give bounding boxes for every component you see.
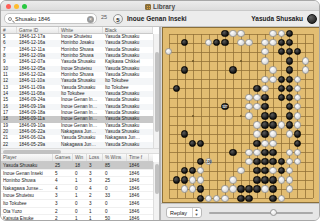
games-table: 51846-12-17aInoue ShutetsuYasuda Shusaku… <box>1 34 153 148</box>
games-column-header[interactable]: White <box>59 27 103 33</box>
black-stone <box>197 158 204 165</box>
white-stone-badge: 5 <box>113 14 123 24</box>
white-stone <box>205 195 212 202</box>
stats-cell: Yasuda Shusaku <box>1 162 53 169</box>
white-stone <box>245 158 252 165</box>
white-stone <box>253 149 260 156</box>
white-stone <box>294 158 301 165</box>
white-stone <box>245 103 252 110</box>
stats-cell: 2 <box>87 192 103 199</box>
black-stone <box>229 66 236 73</box>
black-stone <box>189 167 196 174</box>
white-stone <box>253 103 260 110</box>
black-stone <box>286 103 293 110</box>
black-stone <box>181 66 188 73</box>
stats-cell: 0 <box>73 170 87 177</box>
stats-cell: 0 <box>73 185 87 192</box>
white-stone <box>278 176 285 183</box>
stepper-arrows-icon[interactable]: ▲▼ <box>192 208 200 217</box>
black-stone <box>278 48 285 55</box>
white-stone <box>197 176 204 183</box>
white-stone <box>237 30 244 37</box>
white-stone <box>229 30 236 37</box>
white-stone <box>269 39 276 46</box>
stats-cell: 3 <box>53 200 73 207</box>
black-stone <box>261 121 268 128</box>
stats-cell: 5 <box>53 170 73 177</box>
black-stone <box>253 176 260 183</box>
black-stone <box>221 30 228 37</box>
white-stone <box>205 39 212 46</box>
stats-cell: 1846 <box>127 177 149 184</box>
white-stone <box>286 185 293 192</box>
stats-cell: Honinbo Shuwa <box>1 177 53 184</box>
stats-cell: Nakagawa Junse… <box>1 185 53 192</box>
white-stone <box>261 57 268 64</box>
stats-cell: 3 <box>87 200 103 207</box>
black-stone <box>278 39 285 46</box>
black-stone <box>237 195 244 202</box>
stats-row[interactable]: Katsuta Eisuke211501846 <box>1 215 153 220</box>
stats-row[interactable]: Ito Tokubee30301846 <box>1 200 153 208</box>
stats-cell: 18 <box>73 162 87 169</box>
stats-row[interactable]: Inoue Genan Inseki50301846 <box>1 170 153 178</box>
go-board-icon <box>145 4 151 10</box>
white-stone <box>229 176 236 183</box>
black-stone <box>286 76 293 83</box>
stats-column-header[interactable]: Time f <box>127 154 149 161</box>
hoshi-point <box>192 60 194 62</box>
black-stone <box>286 85 293 92</box>
stats-column-header[interactable]: Player <box>1 154 53 161</box>
black-stone <box>213 39 220 46</box>
white-stone <box>189 185 196 192</box>
black-stone <box>197 185 204 192</box>
black-stone <box>269 112 276 119</box>
white-stone: 126 <box>205 158 212 165</box>
black-stone <box>181 176 188 183</box>
stats-cell: 3 <box>87 170 103 177</box>
games-table-header[interactable]: #Game IDWhiteBlack <box>1 27 153 34</box>
move-number-label: 127 <box>222 104 227 109</box>
white-stone <box>294 103 301 110</box>
white-stone <box>286 158 293 165</box>
game-cell: 1846-05-29a <box>17 142 59 148</box>
white-player-name: Inoue Genan Inseki <box>127 15 187 22</box>
white-stone <box>269 66 276 73</box>
title-bar: Library <box>1 1 319 11</box>
stats-cell: 3 <box>87 162 103 169</box>
stats-cell: 0 <box>103 200 127 207</box>
stats-cell: 0 <box>73 208 87 215</box>
game-info-header: 5 Inoue Genan Inseki Yasuda Shusaku <box>111 13 317 26</box>
black-stone <box>173 176 180 183</box>
replay-label: Replay <box>170 210 187 216</box>
black-stone <box>197 140 204 147</box>
white-stone <box>261 76 268 83</box>
white-stone <box>286 130 293 137</box>
black-stone <box>294 48 301 55</box>
hoshi-point <box>240 115 242 117</box>
stats-row[interactable]: Ota Yuzo20101846 <box>1 208 153 216</box>
black-stone <box>221 39 228 46</box>
white-stone <box>269 140 276 147</box>
search-input[interactable]: Shusaku 1846 × <box>4 13 97 24</box>
white-stone <box>286 149 293 156</box>
black-stone: 127 <box>221 103 228 110</box>
black-stone <box>253 140 260 147</box>
game-row[interactable]: 221846-05-29aNakagawa Jun…Yasuda Shusaku <box>1 142 153 148</box>
stats-cell: 1846 <box>127 162 149 169</box>
stats-cell: 1846 <box>127 208 149 215</box>
black-stone <box>253 185 260 192</box>
stats-cell: 3 <box>87 177 103 184</box>
stats-cell: Ota Yuzo <box>1 208 53 215</box>
black-stone <box>286 112 293 119</box>
stats-cell: 0 <box>73 200 87 207</box>
search-icon <box>8 17 12 21</box>
game-cell: 22 <box>1 142 17 148</box>
white-stone <box>245 112 252 119</box>
stats-cell: 25 <box>103 177 127 184</box>
black-stone <box>245 185 252 192</box>
black-stone <box>278 85 285 92</box>
stats-row[interactable]: Yasuda Shusaku25183851846 <box>1 162 153 170</box>
white-stone <box>294 149 301 156</box>
black-stone <box>261 103 268 110</box>
white-stone <box>229 185 236 192</box>
black-stone <box>269 176 276 183</box>
white-stone <box>261 140 268 147</box>
black-stone <box>245 195 252 202</box>
white-stone <box>221 195 228 202</box>
search-value: Shusaku 1846 <box>15 14 50 24</box>
black-stone <box>189 140 196 147</box>
white-stone <box>261 85 268 92</box>
black-stone <box>197 195 204 202</box>
left-panel: #Game IDWhiteBlack 51846-12-17aInoue Shu… <box>1 27 159 220</box>
stats-cell: 1 <box>73 177 87 184</box>
hoshi-point <box>240 60 242 62</box>
white-stone <box>294 94 301 101</box>
stats-column-header[interactable]: % Wins <box>103 154 127 161</box>
black-stone <box>278 94 285 101</box>
black-stone <box>261 94 268 101</box>
stats-cell: 1 <box>87 215 103 220</box>
library-window: Library Shusaku 1846 × 25 5 Inoue Genan … <box>0 0 320 221</box>
black-stone <box>269 185 276 192</box>
result-count: 25 <box>101 14 107 20</box>
black-stone <box>253 85 260 92</box>
white-stone <box>269 30 276 37</box>
black-stone <box>261 149 268 156</box>
stats-cell: 2 <box>53 215 73 220</box>
stats-cell: 3 <box>53 192 73 199</box>
black-stone <box>261 176 268 183</box>
board-panel: 127126 Replay ▲▼ <box>161 27 320 220</box>
stats-cell: 25 <box>53 162 73 169</box>
stats-row[interactable]: Honinbo Shuwa413251846 <box>1 177 153 185</box>
black-stone <box>181 39 188 46</box>
white-stone <box>221 185 228 192</box>
black-stone <box>269 158 276 165</box>
stats-cell: 1846 <box>127 200 149 207</box>
white-stone <box>165 48 172 55</box>
white-stone <box>261 39 268 46</box>
stats-cell: Inoue Genan Inseki <box>1 170 53 177</box>
stats-row[interactable]: Inoue Shutetsu312331846 <box>1 192 153 200</box>
stats-cell: 4 <box>53 177 73 184</box>
black-stone <box>173 85 180 92</box>
stats-cell: 1846 <box>127 215 149 220</box>
white-stone <box>278 30 285 37</box>
white-stone <box>245 39 252 46</box>
white-stone <box>302 66 309 73</box>
stats-cell: Katsuta Eisuke <box>1 215 53 220</box>
black-stone <box>294 140 301 147</box>
white-stone <box>286 176 293 183</box>
stats-cell: Inoue Shutetsu <box>1 192 53 199</box>
black-stone <box>278 158 285 165</box>
toolbar: Shusaku 1846 × 25 5 Inoue Genan Inseki Y… <box>1 11 319 27</box>
white-stone <box>197 167 204 174</box>
black-stone <box>261 158 268 165</box>
stats-cell: 1846 <box>127 192 149 199</box>
stats-column-header[interactable]: Loss <box>87 154 103 161</box>
stats-cell: 1 <box>87 208 103 215</box>
stats-cell: 0 <box>103 208 127 215</box>
white-stone <box>237 39 244 46</box>
move-number-label: 126 <box>206 159 211 164</box>
black-stone <box>261 112 268 119</box>
white-stone <box>278 195 285 202</box>
white-stone <box>286 167 293 174</box>
white-stone <box>261 185 268 192</box>
white-stone <box>213 195 220 202</box>
black-stone <box>237 185 244 192</box>
white-stone <box>253 130 260 137</box>
move-slider[interactable] <box>209 212 313 214</box>
game-cell: Nakagawa Jun… <box>59 142 103 148</box>
move-slider-thumb[interactable] <box>270 209 277 216</box>
stats-cell: 2 <box>53 208 73 215</box>
replay-dropdown[interactable]: Replay ▲▼ <box>166 207 202 218</box>
black-stone <box>294 130 301 137</box>
stats-column-header[interactable]: Games <box>53 154 73 161</box>
white-stone <box>269 130 276 137</box>
black-player-name: Yasuda Shusaku <box>251 15 303 22</box>
replay-bar: Replay ▲▼ <box>161 203 320 220</box>
black-stone <box>269 195 276 202</box>
white-stone <box>294 76 301 83</box>
black-stone <box>181 167 188 174</box>
clear-search-button[interactable]: × <box>87 16 94 23</box>
stats-cell: 1846 <box>127 170 149 177</box>
white-stone <box>294 112 301 119</box>
stats-cell: 1 <box>73 192 87 199</box>
black-stone <box>286 121 293 128</box>
games-column-header[interactable]: Game ID <box>17 27 59 33</box>
black-stone <box>278 167 285 174</box>
stats-cell: 4 <box>53 185 73 192</box>
black-stone <box>286 48 293 55</box>
black-stone <box>261 130 268 137</box>
stats-table: Yasuda Shusaku25183851846Inoue Genan Ins… <box>1 162 153 220</box>
go-board[interactable]: 127126 <box>162 27 320 203</box>
window-title: Library <box>1 2 319 11</box>
white-stone <box>237 167 244 174</box>
hoshi-point <box>192 115 194 117</box>
black-stone <box>269 121 276 128</box>
white-stone <box>245 94 252 101</box>
stats-row[interactable]: Nakagawa Junse…40401846 <box>1 185 153 193</box>
stats-cell: 33 <box>103 192 127 199</box>
black-stone <box>181 130 188 137</box>
game-cell: Yasuda Shusaku <box>103 142 153 148</box>
white-stone <box>269 167 276 174</box>
black-stone <box>278 76 285 83</box>
white-stone <box>245 149 252 156</box>
black-stone <box>253 167 260 174</box>
black-stone <box>286 39 293 46</box>
stats-table-header[interactable]: PlayerGamesWinLoss% WinsTime f <box>1 154 153 162</box>
black-stone <box>253 158 260 165</box>
black-stone <box>286 57 293 64</box>
black-stone-badge <box>307 14 317 24</box>
black-stone <box>286 94 293 101</box>
white-stone <box>294 85 301 92</box>
stats-column-header[interactable]: Win <box>73 154 87 161</box>
stats-cell: 0 <box>103 185 127 192</box>
games-column-header[interactable]: # <box>1 27 17 33</box>
black-stone <box>261 167 268 174</box>
games-column-header[interactable]: Black <box>103 27 153 33</box>
black-stone <box>286 30 293 37</box>
white-stone <box>294 121 301 128</box>
black-stone <box>229 149 236 156</box>
white-stone <box>181 185 188 192</box>
white-stone <box>253 121 260 128</box>
black-stone <box>269 149 276 156</box>
stats-cell: 1 <box>73 215 87 220</box>
stats-cell: 85 <box>103 162 127 169</box>
stats-cell: 1846 <box>127 185 149 192</box>
white-stone <box>189 176 196 183</box>
white-stone <box>261 48 268 55</box>
white-stone <box>278 121 285 128</box>
white-stone <box>253 94 260 101</box>
stats-cell: 4 <box>87 185 103 192</box>
stats-cell: Ito Tokubee <box>1 200 53 207</box>
black-stone <box>286 66 293 73</box>
stats-cell: 0 <box>103 170 127 177</box>
white-stone <box>302 57 309 64</box>
stats-cell: 50 <box>103 215 127 220</box>
white-stone <box>269 76 276 83</box>
